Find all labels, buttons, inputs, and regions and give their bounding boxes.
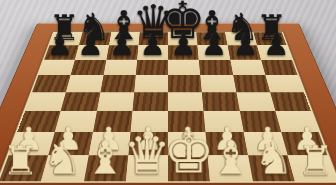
square-b6 [71, 60, 106, 76]
square-e8: ♚ [168, 32, 198, 45]
square-d1: ♛ [126, 155, 168, 181]
square-e1: ♚ [168, 155, 210, 181]
square-b4 [61, 92, 100, 111]
square-h8: ♜ [253, 32, 286, 45]
square-c4 [97, 92, 134, 111]
square-h2: ♟ [281, 132, 327, 155]
square-c7: ♟ [106, 45, 138, 59]
square-a7: ♟ [44, 45, 79, 59]
square-e2: ♟ [168, 132, 208, 155]
square-h5 [265, 75, 304, 92]
square-d8: ♛ [138, 32, 168, 45]
chess-board-frame: ♜♞♝♛♚♝♞♜♟♟♟♟♟♟♟♟♟♟♟♟♟♟♟♟♜♞♝♛♚♝♞♜ [0, 23, 336, 185]
square-b2: ♟ [49, 132, 93, 155]
square-h4 [270, 92, 311, 111]
square-f8: ♝ [196, 32, 227, 45]
square-e3 [168, 111, 206, 132]
square-d2: ♟ [128, 132, 168, 155]
square-c1: ♝ [84, 155, 129, 181]
square-b8: ♞ [79, 32, 111, 45]
square-a4 [25, 92, 66, 111]
square-d3 [130, 111, 168, 132]
square-d7: ♟ [137, 45, 168, 59]
square-e7: ♟ [168, 45, 199, 59]
chessboard-photo: ♜♞♝♛♚♝♞♜♟♟♟♟♟♟♟♟♟♟♟♟♟♟♟♟♜♞♝♛♚♝♞♜ [0, 0, 336, 185]
square-f6 [199, 60, 233, 76]
square-b3 [55, 111, 97, 132]
black-knight: ♞ [225, 9, 259, 45]
square-c5 [100, 75, 136, 92]
square-c8: ♝ [109, 32, 140, 45]
square-f7: ♟ [198, 45, 230, 59]
square-f2: ♟ [206, 132, 248, 155]
square-f4 [202, 92, 239, 111]
square-e6 [168, 60, 200, 76]
board-maple-border: ♜♞♝♛♚♝♞♜♟♟♟♟♟♟♟♟♟♟♟♟♟♟♟♟♜♞♝♛♚♝♞♜ [0, 31, 336, 183]
square-h6 [261, 60, 298, 76]
square-h3 [275, 111, 318, 132]
square-c6 [103, 60, 137, 76]
black-bishop: ♝ [106, 7, 142, 45]
square-e5 [168, 75, 202, 92]
square-g5 [233, 75, 270, 92]
white-knight: ♞ [254, 139, 293, 181]
square-g4 [236, 92, 275, 111]
square-c3 [93, 111, 133, 132]
black-rook: ♜ [49, 12, 80, 45]
square-h1: ♜ [287, 155, 336, 181]
square-a6 [38, 60, 75, 76]
square-f3 [204, 111, 244, 132]
square-g8: ♞ [225, 32, 257, 45]
black-bishop: ♝ [194, 7, 230, 45]
square-d6 [136, 60, 168, 76]
square-c2: ♟ [88, 132, 130, 155]
square-g7: ♟ [227, 45, 261, 59]
square-g3 [239, 111, 281, 132]
square-a3 [17, 111, 60, 132]
square-d5 [134, 75, 168, 92]
square-a2: ♟ [9, 132, 55, 155]
square-b5 [66, 75, 103, 92]
square-b7: ♟ [75, 45, 109, 59]
black-knight: ♞ [77, 9, 111, 45]
square-f5 [200, 75, 236, 92]
square-a5 [32, 75, 71, 92]
square-d4 [132, 92, 168, 111]
white-knight: ♞ [43, 139, 82, 181]
board-scene: ♜♞♝♛♚♝♞♜♟♟♟♟♟♟♟♟♟♟♟♟♟♟♟♟♜♞♝♛♚♝♞♜ [0, 0, 336, 185]
square-a8: ♜ [49, 32, 82, 45]
square-g2: ♟ [243, 132, 287, 155]
square-e4 [168, 92, 204, 111]
square-f1: ♝ [208, 155, 253, 181]
square-g6 [230, 60, 265, 76]
square-h7: ♟ [257, 45, 292, 59]
square-b1: ♞ [41, 155, 88, 181]
white-rook: ♜ [298, 142, 334, 180]
black-rook: ♜ [256, 12, 287, 45]
white-rook: ♜ [3, 142, 39, 180]
board-grid: ♜♞♝♛♚♝♞♜♟♟♟♟♟♟♟♟♟♟♟♟♟♟♟♟♜♞♝♛♚♝♞♜ [0, 32, 336, 181]
